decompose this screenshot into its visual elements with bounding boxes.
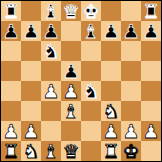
square-f8[interactable] bbox=[101, 1, 121, 21]
square-d5[interactable]: ♟ bbox=[61, 61, 81, 81]
square-a4[interactable] bbox=[1, 81, 21, 101]
square-g8[interactable] bbox=[121, 1, 141, 21]
white-bishop-icon[interactable]: ♝ bbox=[62, 101, 79, 121]
black-pawn-icon[interactable]: ♟ bbox=[122, 21, 139, 41]
white-knight-icon[interactable]: ♞ bbox=[102, 101, 119, 121]
square-h8[interactable]: ♜ bbox=[141, 1, 161, 21]
square-g5[interactable] bbox=[121, 61, 141, 81]
square-b1[interactable]: ♞ bbox=[21, 141, 41, 161]
white-pawn-icon[interactable]: ♟ bbox=[2, 121, 19, 141]
chess-board: ♜♝♛♚♜♟♟♟♝♟♟♟♞♟♟♟♞♝♞♟♟♟♟♟♜♞♝♛♜♚ bbox=[1, 1, 161, 161]
white-pawn-icon[interactable]: ♟ bbox=[42, 81, 59, 101]
square-b7[interactable]: ♟ bbox=[21, 21, 41, 41]
black-king-icon[interactable]: ♚ bbox=[82, 1, 99, 21]
square-c2[interactable] bbox=[41, 121, 61, 141]
square-e3[interactable] bbox=[81, 101, 101, 121]
square-g7[interactable]: ♟ bbox=[121, 21, 141, 41]
square-d3[interactable]: ♝ bbox=[61, 101, 81, 121]
square-b2[interactable]: ♟ bbox=[21, 121, 41, 141]
square-g6[interactable] bbox=[121, 41, 141, 61]
square-c6[interactable]: ♞ bbox=[41, 41, 61, 61]
black-pawn-icon[interactable]: ♟ bbox=[102, 21, 119, 41]
square-c5[interactable] bbox=[41, 61, 61, 81]
square-b5[interactable] bbox=[21, 61, 41, 81]
square-a7[interactable]: ♟ bbox=[1, 21, 21, 41]
square-f3[interactable]: ♞ bbox=[101, 101, 121, 121]
square-f2[interactable]: ♟ bbox=[101, 121, 121, 141]
square-d2[interactable] bbox=[61, 121, 81, 141]
square-f1[interactable]: ♜ bbox=[101, 141, 121, 161]
square-d4[interactable]: ♟ bbox=[61, 81, 81, 101]
square-g2[interactable]: ♟ bbox=[121, 121, 141, 141]
black-pawn-icon[interactable]: ♟ bbox=[42, 21, 59, 41]
black-knight-icon[interactable]: ♞ bbox=[42, 41, 59, 61]
black-queen-icon[interactable]: ♛ bbox=[62, 1, 79, 21]
square-b6[interactable] bbox=[21, 41, 41, 61]
black-knight-icon[interactable]: ♞ bbox=[82, 81, 99, 101]
square-b4[interactable] bbox=[21, 81, 41, 101]
square-d7[interactable] bbox=[61, 21, 81, 41]
square-a3[interactable] bbox=[1, 101, 21, 121]
square-d1[interactable]: ♛ bbox=[61, 141, 81, 161]
white-queen-icon[interactable]: ♛ bbox=[62, 141, 79, 161]
square-c7[interactable]: ♟ bbox=[41, 21, 61, 41]
square-e7[interactable]: ♝ bbox=[81, 21, 101, 41]
square-c1[interactable]: ♝ bbox=[41, 141, 61, 161]
square-e6[interactable] bbox=[81, 41, 101, 61]
square-h3[interactable] bbox=[141, 101, 161, 121]
white-knight-icon[interactable]: ♞ bbox=[22, 141, 39, 161]
square-e5[interactable] bbox=[81, 61, 101, 81]
black-rook-icon[interactable]: ♜ bbox=[2, 1, 19, 21]
square-c8[interactable]: ♝ bbox=[41, 1, 61, 21]
square-e2[interactable] bbox=[81, 121, 101, 141]
white-rook-icon[interactable]: ♜ bbox=[2, 141, 19, 161]
square-b3[interactable] bbox=[21, 101, 41, 121]
white-pawn-icon[interactable]: ♟ bbox=[22, 121, 39, 141]
square-d6[interactable] bbox=[61, 41, 81, 61]
board-frame: ♜♝♛♚♜♟♟♟♝♟♟♟♞♟♟♟♞♝♞♟♟♟♟♟♜♞♝♛♜♚ bbox=[0, 0, 162, 162]
square-e8[interactable]: ♚ bbox=[81, 1, 101, 21]
square-a5[interactable] bbox=[1, 61, 21, 81]
square-a6[interactable] bbox=[1, 41, 21, 61]
white-bishop-icon[interactable]: ♝ bbox=[42, 141, 59, 161]
square-a2[interactable]: ♟ bbox=[1, 121, 21, 141]
square-e1[interactable] bbox=[81, 141, 101, 161]
white-king-icon[interactable]: ♚ bbox=[122, 141, 139, 161]
square-h2[interactable]: ♟ bbox=[141, 121, 161, 141]
white-rook-icon[interactable]: ♜ bbox=[102, 141, 119, 161]
square-h6[interactable] bbox=[141, 41, 161, 61]
square-a1[interactable]: ♜ bbox=[1, 141, 21, 161]
black-rook-icon[interactable]: ♜ bbox=[142, 1, 159, 21]
square-g1[interactable]: ♚ bbox=[121, 141, 141, 161]
white-pawn-icon[interactable]: ♟ bbox=[122, 121, 139, 141]
square-f7[interactable]: ♟ bbox=[101, 21, 121, 41]
square-f6[interactable] bbox=[101, 41, 121, 61]
square-g3[interactable] bbox=[121, 101, 141, 121]
square-e4[interactable]: ♞ bbox=[81, 81, 101, 101]
square-a8[interactable]: ♜ bbox=[1, 1, 21, 21]
square-c3[interactable] bbox=[41, 101, 61, 121]
white-pawn-icon[interactable]: ♟ bbox=[142, 121, 159, 141]
square-f5[interactable] bbox=[101, 61, 121, 81]
white-pawn-icon[interactable]: ♟ bbox=[62, 81, 79, 101]
square-f4[interactable] bbox=[101, 81, 121, 101]
square-g4[interactable] bbox=[121, 81, 141, 101]
square-h4[interactable] bbox=[141, 81, 161, 101]
square-c4[interactable]: ♟ bbox=[41, 81, 61, 101]
square-b8[interactable] bbox=[21, 1, 41, 21]
black-pawn-icon[interactable]: ♟ bbox=[2, 21, 19, 41]
black-bishop-icon[interactable]: ♝ bbox=[42, 1, 59, 21]
black-pawn-icon[interactable]: ♟ bbox=[62, 61, 79, 81]
black-pawn-icon[interactable]: ♟ bbox=[22, 21, 39, 41]
black-pawn-icon[interactable]: ♟ bbox=[142, 21, 159, 41]
square-h7[interactable]: ♟ bbox=[141, 21, 161, 41]
square-d8[interactable]: ♛ bbox=[61, 1, 81, 21]
white-pawn-icon[interactable]: ♟ bbox=[102, 121, 119, 141]
black-bishop-icon[interactable]: ♝ bbox=[82, 21, 99, 41]
square-h1[interactable] bbox=[141, 141, 161, 161]
square-h5[interactable] bbox=[141, 61, 161, 81]
